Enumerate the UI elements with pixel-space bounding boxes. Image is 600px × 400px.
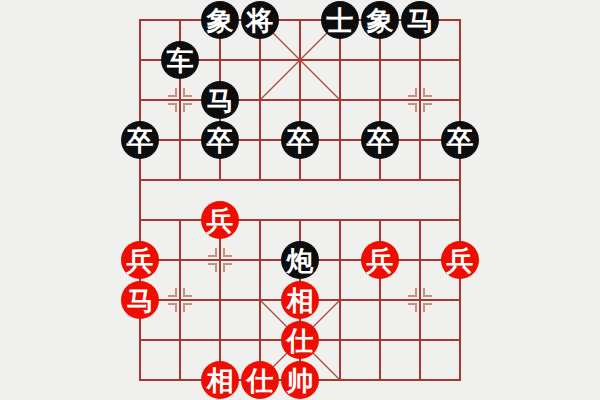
piece-black-soldier[interactable]: 卒 (361, 121, 399, 159)
piece-black-horse[interactable]: 马 (401, 1, 439, 39)
piece-red-advisor[interactable]: 仕 (241, 361, 279, 399)
piece-red-soldier[interactable]: 兵 (201, 201, 239, 239)
piece-red-soldier[interactable]: 兵 (361, 241, 399, 279)
piece-black-elephant[interactable]: 象 (201, 1, 239, 39)
piece-red-soldier[interactable]: 兵 (441, 241, 479, 279)
piece-black-soldier[interactable]: 卒 (281, 121, 319, 159)
piece-black-elephant[interactable]: 象 (361, 1, 399, 39)
piece-red-elephant[interactable]: 相 (201, 361, 239, 399)
piece-black-soldier[interactable]: 卒 (121, 121, 159, 159)
piece-black-soldier[interactable]: 卒 (441, 121, 479, 159)
piece-red-advisor[interactable]: 仕 (281, 321, 319, 359)
piece-red-elephant[interactable]: 相 (281, 281, 319, 319)
piece-red-general[interactable]: 帅 (281, 361, 319, 399)
xiangqi-board[interactable]: 象将士象马车马卒卒卒卒卒炮兵兵兵兵马相仕相仕帅 (120, 0, 480, 400)
piece-black-horse[interactable]: 马 (201, 81, 239, 119)
piece-red-horse[interactable]: 马 (121, 281, 159, 319)
piece-black-general[interactable]: 将 (241, 1, 279, 39)
piece-black-soldier[interactable]: 卒 (201, 121, 239, 159)
piece-black-chariot[interactable]: 车 (161, 41, 199, 79)
piece-red-soldier[interactable]: 兵 (121, 241, 159, 279)
screen-background: 象将士象马车马卒卒卒卒卒炮兵兵兵兵马相仕相仕帅 (0, 0, 600, 400)
piece-black-cannon[interactable]: 炮 (281, 241, 319, 279)
piece-black-advisor[interactable]: 士 (321, 1, 359, 39)
